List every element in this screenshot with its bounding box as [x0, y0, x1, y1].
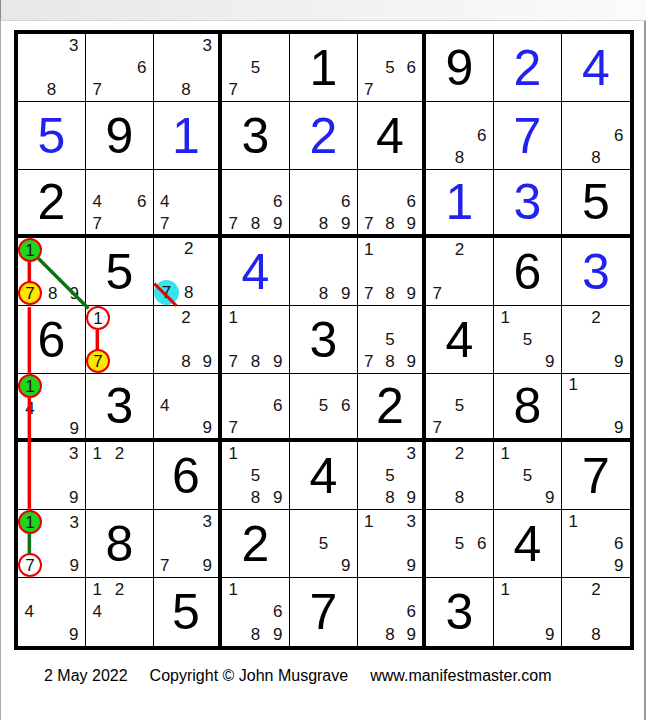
candidate-3: 3: [407, 513, 416, 530]
candidate-slot-4: [562, 601, 585, 624]
candidate-slot-7: 7: [18, 281, 42, 305]
candidate-slot-9: 9: [197, 417, 218, 438]
cell-r4c6[interactable]: 1789: [358, 238, 426, 306]
cell-r6c6[interactable]: 2: [358, 374, 426, 442]
candidate-9: 9: [407, 489, 416, 506]
cell-r7c9[interactable]: 7: [562, 442, 630, 510]
candidate-slot-4: 4: [154, 395, 175, 416]
candidate-slot-1: [154, 34, 175, 56]
candidate-slot-1: 1: [494, 442, 516, 464]
candidate-slot-4: [494, 601, 516, 624]
cell-r6c5[interactable]: 56: [290, 374, 358, 442]
candidate-slot-6: 6: [401, 601, 422, 624]
candidate-slot-3: [401, 578, 422, 601]
candidate-slot-6: 6: [267, 601, 289, 624]
candidate-8: 8: [251, 215, 260, 232]
cell-r2c1[interactable]: 5: [18, 102, 86, 170]
candidate-slot-3: 3: [64, 510, 86, 534]
cell-r3c3[interactable]: 47: [154, 170, 222, 238]
cell-r2c4[interactable]: 3: [222, 102, 290, 170]
cell-r5c1[interactable]: 6: [18, 306, 86, 374]
cell-r6c8[interactable]: 8: [494, 374, 562, 442]
candidate-slot-1: 1: [18, 238, 42, 262]
candidate-9: 9: [545, 626, 554, 643]
cell-r8c6[interactable]: 139: [358, 510, 426, 578]
candidate-slot-4: [358, 328, 379, 350]
candidate-1: 1: [500, 581, 509, 598]
candidate-slot-6: [335, 532, 357, 554]
candidate-5: 5: [319, 397, 328, 414]
cell-r1c4[interactable]: 57: [222, 34, 290, 102]
candidate-slot-5: [585, 601, 608, 624]
candidate-slot-1: 1: [358, 510, 379, 532]
cell-r2c8[interactable]: 7: [494, 102, 562, 170]
candidate-1: 1: [228, 445, 237, 462]
cell-r8c3[interactable]: 379: [154, 510, 222, 578]
candidate-slot-1: [426, 374, 448, 395]
candidate-slot-3: [197, 170, 218, 191]
candidate-slot-6: [63, 56, 85, 78]
candidate-7: 7: [432, 419, 441, 436]
cell-r5c5[interactable]: 3: [290, 306, 358, 374]
candidate-slot-8: [40, 623, 62, 646]
candidate-2: 2: [455, 241, 464, 258]
candidate-slot-6: [267, 56, 289, 78]
candidate-slot-3: [197, 374, 218, 395]
candidate-slot-9: [401, 79, 422, 101]
cell-r5c9[interactable]: 29: [562, 306, 630, 374]
candidate-9: 9: [614, 557, 623, 574]
cell-r5c7[interactable]: 4: [426, 306, 494, 374]
candidate-9: 9: [341, 557, 350, 574]
candidate-slot-1: [154, 374, 175, 395]
solved-digit: 4: [582, 43, 610, 93]
candidate-slot-1: [562, 578, 585, 601]
candidate-slot-4: [358, 532, 379, 554]
solved-digit: 5: [38, 111, 66, 161]
cell-r3c4[interactable]: 6789: [222, 170, 290, 238]
given-digit: 5: [106, 247, 134, 297]
candidate-slot-2: [516, 442, 538, 464]
candidate-slot-9: [131, 487, 153, 509]
cell-r4c3[interactable]: 278: [154, 238, 222, 306]
cell-r5c8[interactable]: 159: [494, 306, 562, 374]
cell-r1c1[interactable]: 38: [18, 34, 86, 102]
given-digit: 7: [310, 587, 338, 637]
candidate-slot-1: [562, 102, 585, 124]
candidate-slot-1: 1: [18, 374, 42, 398]
candidate-slot-7: [494, 351, 516, 373]
footer-website[interactable]: www.manifestmaster.com: [370, 667, 551, 685]
candidate-slot-3: [539, 442, 561, 464]
cell-r7c8[interactable]: 159: [494, 442, 562, 510]
candidate-slot-1: [358, 34, 379, 56]
candidate-slot-2: [175, 170, 196, 191]
candidate-6: 6: [137, 193, 146, 210]
candidate-7: 7: [228, 81, 237, 98]
cell-r4c9[interactable]: 3: [562, 238, 630, 306]
footer: 2 May 2022 Copyright © John Musgrave www…: [44, 667, 552, 685]
candidate-slot-9: [197, 213, 218, 234]
candidate-9: 9: [70, 420, 79, 437]
cell-r6c7[interactable]: 57: [426, 374, 494, 442]
candidate-slot-9: [267, 417, 289, 438]
cell-r1c7[interactable]: 9: [426, 34, 494, 102]
candidate-slot-2: 2: [179, 238, 199, 259]
candidate-slot-6: [131, 601, 153, 624]
candidate-slot-9: 9: [197, 555, 218, 577]
candidate-slot-6: [267, 464, 289, 486]
candidate-slot-5: [244, 328, 266, 350]
candidate-slot-8: 8: [244, 351, 266, 373]
solved-digit: 2: [310, 111, 338, 161]
cell-r3c2[interactable]: 467: [86, 170, 154, 238]
candidate-slot-2: [244, 34, 266, 56]
candidate-slot-7: [290, 283, 312, 305]
candidate-slot-2: [244, 442, 266, 464]
candidate-3: 3: [69, 37, 78, 54]
candidate-slot-9: [607, 623, 630, 646]
cell-r2c6[interactable]: 4: [358, 102, 426, 170]
candidate-slot-8: 8: [312, 283, 334, 305]
candidate-8: 8: [385, 285, 394, 302]
candidate-slot-1: 1: [562, 374, 585, 395]
candidate-slot-5: [175, 395, 196, 416]
cell-r1c2[interactable]: 67: [86, 34, 154, 102]
candidate-slot-6: [197, 328, 218, 350]
candidate-3: 3: [69, 445, 78, 462]
candidate-slot-1: [358, 170, 379, 191]
cell-r9c7[interactable]: 3: [426, 578, 494, 646]
candidate-slot-2: [175, 34, 196, 56]
candidate-slot-9: [471, 487, 493, 509]
candidate-slot-3: [267, 442, 289, 464]
cell-r1c5[interactable]: 1: [290, 34, 358, 102]
candidate-8: 8: [47, 81, 56, 98]
candidate-slot-8: [110, 349, 132, 373]
candidate-slot-1: 1: [222, 578, 244, 601]
candidate-slot-1: [86, 170, 108, 191]
candidate-slot-7: [290, 417, 312, 438]
cell-r8c1[interactable]: 1379: [18, 510, 86, 578]
candidate-slot-4: [222, 395, 244, 416]
candidate-slot-7: [426, 487, 448, 509]
candidate-slot-8: [516, 623, 538, 646]
cell-r3c5[interactable]: 689: [290, 170, 358, 238]
candidate-slot-6: 6: [607, 532, 630, 554]
chain-circle-red-1: 1: [86, 306, 110, 330]
solved-digit: 3: [582, 247, 610, 297]
cell-r9c1[interactable]: 49: [18, 578, 86, 646]
candidate-slot-3: [267, 34, 289, 56]
candidate-slot-4: [86, 330, 110, 349]
candidate-5: 5: [523, 331, 532, 348]
cell-r1c3[interactable]: 38: [154, 34, 222, 102]
candidate-slot-9: 9: [267, 213, 289, 234]
candidate-slot-2: [108, 34, 130, 56]
candidate-9: 9: [407, 285, 416, 302]
candidate-slot-4: [494, 328, 516, 350]
candidate-slot-4: [222, 464, 244, 486]
cell-r5c6[interactable]: 5789: [358, 306, 426, 374]
given-digit: 3: [106, 381, 134, 431]
candidate-slot-2: [40, 578, 62, 601]
candidate-slot-4: 4: [18, 601, 40, 624]
candidate-slot-5: [244, 395, 266, 416]
cell-r2c5[interactable]: 2: [290, 102, 358, 170]
cell-r1c6[interactable]: 567: [358, 34, 426, 102]
cell-r8c2[interactable]: 8: [86, 510, 154, 578]
cell-r9c3[interactable]: 5: [154, 578, 222, 646]
candidate-slot-5: [175, 328, 196, 350]
candidate-1: 1: [364, 513, 373, 530]
candidate-slot-9: 9: [267, 623, 289, 646]
cell-r8c5[interactable]: 59: [290, 510, 358, 578]
candidate-slot-5: [40, 464, 62, 486]
cell-r9c9[interactable]: 28: [562, 578, 630, 646]
candidate-slot-2: 2: [108, 578, 130, 601]
candidate-slot-5: [42, 262, 64, 281]
cell-r2c9[interactable]: 68: [562, 102, 630, 170]
candidate-slot-9: [471, 147, 493, 169]
candidate-slot-7: 7: [222, 213, 244, 234]
candidate-slot-7: [18, 79, 40, 101]
candidate-slot-4: [426, 464, 448, 486]
candidate-slot-8: [312, 417, 334, 438]
candidate-slot-3: [401, 170, 422, 191]
candidate-slot-9: 9: [539, 487, 561, 509]
cell-r7c1[interactable]: 39: [18, 442, 86, 510]
candidate-slot-5: [585, 395, 608, 416]
candidate-slot-3: [131, 34, 153, 56]
candidate-slot-5: [585, 124, 608, 146]
cell-r6c2[interactable]: 3: [86, 374, 154, 442]
cell-r5c2[interactable]: 17: [86, 306, 154, 374]
candidate-6: 6: [407, 193, 416, 210]
candidate-slot-1: 1: [562, 510, 585, 532]
candidate-5: 5: [385, 467, 394, 484]
candidate-slot-3: [401, 34, 422, 56]
cell-r4c5[interactable]: 89: [290, 238, 358, 306]
candidate-9: 9: [545, 489, 554, 506]
window-toolbar: [0, 0, 646, 21]
cell-r3c9[interactable]: 5: [562, 170, 630, 238]
candidate-slot-4: [222, 191, 244, 212]
candidate-slot-7: 7: [358, 213, 379, 234]
cell-r8c9[interactable]: 169: [562, 510, 630, 578]
cell-r9c2[interactable]: 124: [86, 578, 154, 646]
candidate-slot-1: 1: [222, 442, 244, 464]
candidate-slot-4: [18, 464, 40, 486]
candidate-7: 7: [364, 353, 373, 370]
candidate-slot-7: 7: [358, 283, 379, 305]
candidate-8: 8: [385, 215, 394, 232]
cell-r2c3[interactable]: 1: [154, 102, 222, 170]
candidate-4: 4: [160, 193, 169, 210]
candidate-slot-4: [86, 56, 108, 78]
given-digit: 4: [514, 519, 542, 569]
candidate-slot-3: 3: [63, 442, 85, 464]
candidate-slot-2: [312, 510, 334, 532]
candidate-slot-2: [448, 510, 470, 532]
cell-r3c6[interactable]: 6789: [358, 170, 426, 238]
candidate-6: 6: [477, 127, 486, 144]
candidate-slot-2: [312, 170, 334, 191]
candidate-slot-5: [312, 260, 334, 282]
candidate-9: 9: [203, 557, 212, 574]
cell-r7c2[interactable]: 12: [86, 442, 154, 510]
cell-r6c9[interactable]: 19: [562, 374, 630, 442]
chain-circle-cyan-7: 7: [154, 280, 179, 305]
candidate-slot-8: [244, 417, 266, 438]
cell-r1c8[interactable]: 2: [494, 34, 562, 102]
candidate-slot-5: [448, 124, 470, 146]
candidate-slot-5: [40, 56, 62, 78]
candidate-slot-2: [379, 578, 400, 601]
candidate-6: 6: [614, 127, 623, 144]
candidate-slot-7: [18, 487, 40, 509]
candidate-slot-3: [335, 170, 357, 191]
candidate-slot-5: 5: [379, 464, 400, 486]
cell-r7c4[interactable]: 1589: [222, 442, 290, 510]
candidate-slot-6: [471, 395, 493, 416]
candidate-slot-7: [86, 623, 108, 646]
candidate-slot-6: [607, 601, 630, 624]
candidate-slot-3: [607, 374, 630, 395]
candidate-slot-1: 1: [358, 238, 379, 260]
candidate-slot-4: [222, 328, 244, 350]
candidate-3: 3: [203, 37, 212, 54]
candidate-9: 9: [341, 285, 350, 302]
candidate-slot-5: [379, 532, 400, 554]
candidate-slot-1: [18, 442, 40, 464]
candidate-slot-7: [494, 623, 516, 646]
cell-r7c3[interactable]: 6: [154, 442, 222, 510]
candidate-slot-5: 5: [516, 464, 538, 486]
candidate-3: 3: [203, 513, 212, 530]
cell-r6c3[interactable]: 49: [154, 374, 222, 442]
candidate-slot-2: [244, 170, 266, 191]
cell-r4c7[interactable]: 27: [426, 238, 494, 306]
cell-r8c8[interactable]: 4: [494, 510, 562, 578]
cell-r4c2[interactable]: 5: [86, 238, 154, 306]
cell-r9c6[interactable]: 689: [358, 578, 426, 646]
candidate-slot-6: 6: [607, 124, 630, 146]
candidate-slot-8: 8: [244, 487, 266, 509]
candidate-slot-1: [154, 238, 179, 259]
cell-r4c1[interactable]: 1789: [18, 238, 86, 306]
candidate-slot-6: 6: [335, 395, 357, 416]
candidate-9: 9: [407, 353, 416, 370]
candidate-slot-4: [290, 260, 312, 282]
cell-r2c2[interactable]: 9: [86, 102, 154, 170]
candidate-slot-1: [290, 510, 312, 532]
candidate-slot-7: 7: [222, 351, 244, 373]
cell-r2c7[interactable]: 68: [426, 102, 494, 170]
candidate-6: 6: [477, 535, 486, 552]
candidate-slot-7: 7: [426, 283, 448, 305]
sudoku-board: 3867385715679245913246876824674767896896…: [14, 30, 634, 650]
cell-r9c5[interactable]: 7: [290, 578, 358, 646]
cell-r9c4[interactable]: 1689: [222, 578, 290, 646]
candidate-slot-4: [562, 328, 585, 350]
candidate-slot-2: [379, 238, 400, 260]
candidate-7: 7: [432, 285, 441, 302]
candidate-5: 5: [385, 59, 394, 76]
candidate-slot-3: 3: [63, 34, 85, 56]
candidate-4: 4: [92, 603, 101, 620]
candidate-slot-6: [197, 395, 218, 416]
candidate-slot-7: [562, 623, 585, 646]
candidate-slot-1: [154, 170, 175, 191]
candidate-slot-7: 7: [358, 351, 379, 373]
given-digit: 4: [376, 111, 404, 161]
candidate-slot-2: 2: [448, 442, 470, 464]
candidate-slot-7: 7: [358, 79, 379, 101]
cell-r7c5[interactable]: 4: [290, 442, 358, 510]
candidate-7: 7: [364, 215, 373, 232]
candidate-slot-5: 5: [312, 532, 334, 554]
candidate-slot-8: 8: [244, 623, 266, 646]
cell-r8c7[interactable]: 56: [426, 510, 494, 578]
candidate-slot-3: [471, 102, 493, 124]
candidate-slot-9: 9: [64, 281, 86, 305]
candidate-slot-3: [64, 238, 86, 262]
footer-date: 2 May 2022: [44, 667, 128, 685]
candidate-9: 9: [70, 285, 79, 302]
candidate-slot-4: [154, 328, 175, 350]
candidate-slot-6: [197, 532, 218, 554]
cell-r5c4[interactable]: 1789: [222, 306, 290, 374]
candidate-slot-4: [358, 260, 379, 282]
candidate-slot-8: [448, 283, 470, 305]
cell-r3c8[interactable]: 3: [494, 170, 562, 238]
window-right-edge: [644, 0, 646, 720]
candidate-slot-9: 9: [539, 351, 561, 373]
cell-r1c9[interactable]: 4: [562, 34, 630, 102]
candidate-9: 9: [273, 489, 282, 506]
candidate-slot-1: [358, 442, 379, 464]
candidate-slot-3: [607, 102, 630, 124]
candidate-slot-6: 6: [401, 191, 422, 212]
cell-r3c7[interactable]: 1: [426, 170, 494, 238]
candidate-slot-3: 3: [197, 34, 218, 56]
cell-r8c4[interactable]: 2: [222, 510, 290, 578]
cell-r6c1[interactable]: 149: [18, 374, 86, 442]
cell-r3c1[interactable]: 2: [18, 170, 86, 238]
candidate-slot-4: [18, 534, 42, 553]
cell-r7c7[interactable]: 28: [426, 442, 494, 510]
cell-r4c8[interactable]: 6: [494, 238, 562, 306]
candidate-4: 4: [160, 397, 169, 414]
candidate-slot-9: 9: [64, 418, 86, 438]
cell-r7c6[interactable]: 3589: [358, 442, 426, 510]
given-digit: 6: [172, 451, 200, 501]
cell-r5c3[interactable]: 289: [154, 306, 222, 374]
candidate-slot-2: [585, 102, 608, 124]
candidate-6: 6: [273, 397, 282, 414]
candidate-slot-7: 7: [154, 555, 175, 577]
candidate-slot-5: [108, 56, 130, 78]
candidate-slot-1: [426, 238, 448, 260]
cell-r4c4[interactable]: 4: [222, 238, 290, 306]
candidate-slot-1: 1: [494, 306, 516, 328]
candidate-slot-2: [379, 306, 400, 328]
cell-r6c4[interactable]: 67: [222, 374, 290, 442]
candidate-slot-1: [86, 34, 108, 56]
cell-r9c8[interactable]: 19: [494, 578, 562, 646]
candidate-8: 8: [251, 626, 260, 643]
